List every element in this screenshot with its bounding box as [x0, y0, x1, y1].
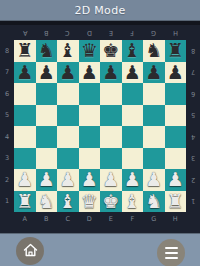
coord-label: 1 — [191, 197, 195, 205]
square-e8[interactable]: ♚ — [100, 40, 122, 62]
piece-white-pawn[interactable]: ♟ — [102, 170, 119, 189]
square-e6[interactable] — [100, 83, 122, 105]
square-a2[interactable]: ♟ — [14, 169, 36, 191]
square-g4[interactable] — [143, 126, 165, 148]
square-d8[interactable]: ♛ — [79, 40, 101, 62]
piece-black-pawn[interactable]: ♟ — [81, 63, 98, 82]
square-b8[interactable]: ♞ — [36, 40, 58, 62]
coord-label: A — [23, 29, 27, 37]
square-e7[interactable]: ♟ — [100, 62, 122, 84]
home-icon — [23, 243, 38, 260]
coord-label: 7 — [191, 68, 195, 76]
square-c2[interactable]: ♟ — [57, 169, 79, 191]
square-d6[interactable] — [79, 83, 101, 105]
coord-label: F — [130, 29, 134, 37]
menu-icon — [165, 247, 178, 260]
coord-label: G — [151, 29, 156, 37]
square-a4[interactable] — [14, 126, 36, 148]
square-d7[interactable]: ♟ — [79, 62, 101, 84]
piece-white-pawn[interactable]: ♟ — [16, 170, 33, 189]
square-g1[interactable]: ♞ — [143, 191, 165, 213]
chess-board: ♜♞♝♛♚♝♞♜♟♟♟♟♟♟♟♟♟♟♟♟♟♟♟♟♜♞♝♛♚♝♞♜ — [14, 40, 186, 212]
piece-black-pawn[interactable]: ♟ — [38, 63, 55, 82]
square-b7[interactable]: ♟ — [36, 62, 58, 84]
coord-label: H — [173, 215, 178, 223]
piece-black-pawn[interactable]: ♟ — [167, 63, 184, 82]
coord-label: 2 — [191, 176, 195, 184]
piece-white-pawn[interactable]: ♟ — [124, 170, 141, 189]
piece-black-bishop[interactable]: ♝ — [59, 41, 76, 60]
piece-black-knight[interactable]: ♞ — [145, 41, 162, 60]
piece-white-pawn[interactable]: ♟ — [145, 170, 162, 189]
square-a3[interactable] — [14, 148, 36, 170]
square-a6[interactable] — [14, 83, 36, 105]
coord-label: H — [173, 29, 178, 37]
square-g5[interactable] — [143, 105, 165, 127]
piece-white-pawn[interactable]: ♟ — [81, 170, 98, 189]
coord-label: A — [23, 215, 27, 223]
square-d1[interactable]: ♛ — [79, 191, 101, 213]
square-h3[interactable] — [165, 148, 187, 170]
piece-black-bishop[interactable]: ♝ — [124, 41, 141, 60]
menu-button[interactable] — [157, 239, 185, 266]
piece-white-pawn[interactable]: ♟ — [59, 170, 76, 189]
square-f3[interactable] — [122, 148, 144, 170]
piece-black-pawn[interactable]: ♟ — [124, 63, 141, 82]
square-e5[interactable] — [100, 105, 122, 127]
square-f1[interactable]: ♝ — [122, 191, 144, 213]
square-b6[interactable] — [36, 83, 58, 105]
bottom-bar — [0, 233, 200, 266]
square-b3[interactable] — [36, 148, 58, 170]
coord-label: B — [44, 29, 48, 37]
piece-white-rook[interactable]: ♜ — [167, 192, 184, 211]
rank-labels-left: 87654321 — [0, 40, 14, 212]
app-screen: 2D Mode ABCDEFGH ABCDEFGH 87654321 87654… — [0, 0, 200, 266]
coord-label: 4 — [5, 133, 9, 141]
square-a5[interactable] — [14, 105, 36, 127]
square-a8[interactable]: ♜ — [14, 40, 36, 62]
square-f8[interactable]: ♝ — [122, 40, 144, 62]
square-g8[interactable]: ♞ — [143, 40, 165, 62]
square-h6[interactable] — [165, 83, 187, 105]
piece-black-queen[interactable]: ♛ — [81, 41, 98, 60]
coord-label: 1 — [5, 197, 9, 205]
square-e1[interactable]: ♚ — [100, 191, 122, 213]
square-b4[interactable] — [36, 126, 58, 148]
coord-label: C — [65, 215, 70, 223]
square-g3[interactable] — [143, 148, 165, 170]
piece-black-knight[interactable]: ♞ — [38, 41, 55, 60]
square-h2[interactable]: ♟ — [165, 169, 187, 191]
square-h1[interactable]: ♜ — [165, 191, 187, 213]
piece-black-pawn[interactable]: ♟ — [16, 63, 33, 82]
square-b5[interactable] — [36, 105, 58, 127]
piece-white-bishop[interactable]: ♝ — [59, 192, 76, 211]
square-f2[interactable]: ♟ — [122, 169, 144, 191]
square-g7[interactable]: ♟ — [143, 62, 165, 84]
piece-black-pawn[interactable]: ♟ — [59, 63, 76, 82]
coord-label: 4 — [191, 133, 195, 141]
coord-label: 8 — [191, 47, 195, 55]
coord-label: 3 — [5, 154, 9, 162]
piece-white-king[interactable]: ♚ — [102, 192, 119, 211]
piece-white-knight[interactable]: ♞ — [145, 192, 162, 211]
coord-label: C — [65, 29, 70, 37]
square-g6[interactable] — [143, 83, 165, 105]
file-labels-top: ABCDEFGH — [14, 28, 186, 38]
coord-label: D — [87, 29, 92, 37]
square-f5[interactable] — [122, 105, 144, 127]
square-a7[interactable]: ♟ — [14, 62, 36, 84]
square-a1[interactable]: ♜ — [14, 191, 36, 213]
square-d5[interactable] — [79, 105, 101, 127]
piece-white-pawn[interactable]: ♟ — [38, 170, 55, 189]
square-c5[interactable] — [57, 105, 79, 127]
piece-black-pawn[interactable]: ♟ — [102, 63, 119, 82]
square-f4[interactable] — [122, 126, 144, 148]
square-c3[interactable] — [57, 148, 79, 170]
coord-label: E — [109, 215, 113, 223]
piece-black-rook[interactable]: ♜ — [167, 41, 184, 60]
home-button[interactable] — [16, 237, 44, 265]
coord-label: B — [44, 215, 48, 223]
piece-black-king[interactable]: ♚ — [102, 41, 119, 60]
square-d3[interactable] — [79, 148, 101, 170]
coord-label: 5 — [5, 111, 9, 119]
coord-label: E — [109, 29, 113, 37]
square-g2[interactable]: ♟ — [143, 169, 165, 191]
square-c1[interactable]: ♝ — [57, 191, 79, 213]
square-d2[interactable]: ♟ — [79, 169, 101, 191]
rank-labels-right: 87654321 — [186, 40, 200, 212]
square-e2[interactable]: ♟ — [100, 169, 122, 191]
square-h8[interactable]: ♜ — [165, 40, 187, 62]
piece-white-rook[interactable]: ♜ — [16, 192, 33, 211]
coord-label: G — [151, 215, 156, 223]
coord-label: 8 — [5, 47, 9, 55]
square-e4[interactable] — [100, 126, 122, 148]
square-b1[interactable]: ♞ — [36, 191, 58, 213]
coord-label: D — [87, 215, 92, 223]
square-h4[interactable] — [165, 126, 187, 148]
square-h7[interactable]: ♟ — [165, 62, 187, 84]
piece-white-knight[interactable]: ♞ — [38, 192, 55, 211]
piece-black-rook[interactable]: ♜ — [16, 41, 33, 60]
square-f7[interactable]: ♟ — [122, 62, 144, 84]
square-e3[interactable] — [100, 148, 122, 170]
square-h5[interactable] — [165, 105, 187, 127]
file-labels-bottom: ABCDEFGH — [14, 214, 186, 224]
piece-black-pawn[interactable]: ♟ — [145, 63, 162, 82]
header-divider — [0, 21, 200, 25]
square-c6[interactable] — [57, 83, 79, 105]
page-title: 2D Mode — [74, 4, 125, 17]
piece-white-bishop[interactable]: ♝ — [124, 192, 141, 211]
coord-label: 6 — [5, 90, 9, 98]
coord-label: F — [130, 215, 134, 223]
square-d4[interactable] — [79, 126, 101, 148]
header-bar: 2D Mode — [0, 0, 200, 21]
square-c7[interactable]: ♟ — [57, 62, 79, 84]
coord-label: 2 — [5, 176, 9, 184]
piece-white-queen[interactable]: ♛ — [81, 192, 98, 211]
coord-label: 3 — [191, 154, 195, 162]
square-b2[interactable]: ♟ — [36, 169, 58, 191]
square-c4[interactable] — [57, 126, 79, 148]
square-f6[interactable] — [122, 83, 144, 105]
square-c8[interactable]: ♝ — [57, 40, 79, 62]
coord-label: 7 — [5, 68, 9, 76]
coord-label: 6 — [191, 90, 195, 98]
coord-label: 5 — [191, 111, 195, 119]
piece-white-pawn[interactable]: ♟ — [167, 170, 184, 189]
